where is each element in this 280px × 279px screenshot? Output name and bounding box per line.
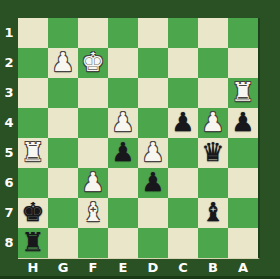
square-h2[interactable] <box>18 48 48 78</box>
square-d4[interactable] <box>138 108 168 138</box>
square-g2[interactable]: ♟ <box>48 48 78 78</box>
square-d8[interactable] <box>138 228 168 258</box>
square-c7[interactable] <box>168 198 198 228</box>
black-king[interactable]: ♚ <box>21 199 44 225</box>
square-b7[interactable]: ♝ <box>198 198 228 228</box>
square-c8[interactable] <box>168 228 198 258</box>
white-bishop[interactable]: ♝ <box>81 199 104 225</box>
black-bishop[interactable]: ♝ <box>201 199 224 225</box>
square-e2[interactable] <box>108 48 138 78</box>
square-e5[interactable]: ♟ <box>108 138 138 168</box>
file-label-g: G <box>48 258 78 277</box>
black-queen[interactable]: ♛ <box>201 139 224 165</box>
square-a7[interactable] <box>228 198 258 228</box>
square-d3[interactable] <box>138 78 168 108</box>
square-b6[interactable] <box>198 168 228 198</box>
black-pawn[interactable]: ♟ <box>231 109 254 135</box>
square-a2[interactable] <box>228 48 258 78</box>
square-c3[interactable] <box>168 78 198 108</box>
square-a4[interactable]: ♟ <box>228 108 258 138</box>
square-a5[interactable] <box>228 138 258 168</box>
square-e3[interactable] <box>108 78 138 108</box>
square-c4[interactable]: ♟ <box>168 108 198 138</box>
square-h5[interactable]: ♜ <box>18 138 48 168</box>
square-f3[interactable] <box>78 78 108 108</box>
rank-label-7: 7 <box>0 198 18 228</box>
square-b1[interactable] <box>198 18 228 48</box>
file-label-b: B <box>198 258 228 277</box>
file-label-c: C <box>168 258 198 277</box>
square-g1[interactable] <box>48 18 78 48</box>
square-f8[interactable] <box>78 228 108 258</box>
square-b2[interactable] <box>198 48 228 78</box>
white-pawn[interactable]: ♟ <box>201 109 224 135</box>
square-f5[interactable] <box>78 138 108 168</box>
square-b8[interactable] <box>198 228 228 258</box>
square-e6[interactable] <box>108 168 138 198</box>
white-pawn[interactable]: ♟ <box>81 169 104 195</box>
white-rook[interactable]: ♜ <box>231 79 254 105</box>
white-pawn[interactable]: ♟ <box>141 139 164 165</box>
rank-label-3: 3 <box>0 78 18 108</box>
file-label-h: H <box>18 258 48 277</box>
square-h4[interactable] <box>18 108 48 138</box>
square-d5[interactable]: ♟ <box>138 138 168 168</box>
white-pawn[interactable]: ♟ <box>111 109 134 135</box>
square-a6[interactable] <box>228 168 258 198</box>
square-h1[interactable] <box>18 18 48 48</box>
file-label-a: A <box>228 258 258 277</box>
square-a3[interactable]: ♜ <box>228 78 258 108</box>
black-rook[interactable]: ♜ <box>21 229 44 255</box>
rank-label-5: 5 <box>0 138 18 168</box>
black-pawn[interactable]: ♟ <box>141 169 164 195</box>
file-label-f: F <box>78 258 108 277</box>
rank-label-4: 4 <box>0 108 18 138</box>
square-e8[interactable] <box>108 228 138 258</box>
square-f7[interactable]: ♝ <box>78 198 108 228</box>
file-label-d: D <box>138 258 168 277</box>
file-labels: HGFEDCBA <box>18 258 258 277</box>
square-g7[interactable] <box>48 198 78 228</box>
square-b4[interactable]: ♟ <box>198 108 228 138</box>
rank-label-1: 1 <box>0 18 18 48</box>
square-g6[interactable] <box>48 168 78 198</box>
chess-board: ♟♚♜♟♟♟♟♜♟♟♛♟♟♚♝♝♜ <box>18 18 260 259</box>
square-g5[interactable] <box>48 138 78 168</box>
white-rook[interactable]: ♜ <box>21 139 44 165</box>
white-king[interactable]: ♚ <box>81 49 104 75</box>
rank-label-2: 2 <box>0 48 18 78</box>
square-c1[interactable] <box>168 18 198 48</box>
rank-label-6: 6 <box>0 168 18 198</box>
square-f2[interactable]: ♚ <box>78 48 108 78</box>
square-d6[interactable]: ♟ <box>138 168 168 198</box>
chess-board-frame: 12345678 ♟♚♜♟♟♟♟♜♟♟♛♟♟♚♝♝♜ HGFEDCBA <box>0 0 280 279</box>
square-c6[interactable] <box>168 168 198 198</box>
square-a1[interactable] <box>228 18 258 48</box>
square-g8[interactable] <box>48 228 78 258</box>
square-h3[interactable] <box>18 78 48 108</box>
square-d1[interactable] <box>138 18 168 48</box>
square-c5[interactable] <box>168 138 198 168</box>
black-pawn[interactable]: ♟ <box>171 109 194 135</box>
square-g4[interactable] <box>48 108 78 138</box>
rank-labels: 12345678 <box>0 18 18 258</box>
file-label-e: E <box>108 258 138 277</box>
white-pawn[interactable]: ♟ <box>51 49 74 75</box>
square-b5[interactable]: ♛ <box>198 138 228 168</box>
square-c2[interactable] <box>168 48 198 78</box>
square-a8[interactable] <box>228 228 258 258</box>
square-h6[interactable] <box>18 168 48 198</box>
square-f1[interactable] <box>78 18 108 48</box>
square-d7[interactable] <box>138 198 168 228</box>
square-f4[interactable] <box>78 108 108 138</box>
square-d2[interactable] <box>138 48 168 78</box>
rank-label-8: 8 <box>0 228 18 258</box>
square-b3[interactable] <box>198 78 228 108</box>
square-h8[interactable]: ♜ <box>18 228 48 258</box>
black-pawn[interactable]: ♟ <box>111 139 134 165</box>
square-g3[interactable] <box>48 78 78 108</box>
square-e1[interactable] <box>108 18 138 48</box>
square-f6[interactable]: ♟ <box>78 168 108 198</box>
square-e7[interactable] <box>108 198 138 228</box>
square-h7[interactable]: ♚ <box>18 198 48 228</box>
square-e4[interactable]: ♟ <box>108 108 138 138</box>
